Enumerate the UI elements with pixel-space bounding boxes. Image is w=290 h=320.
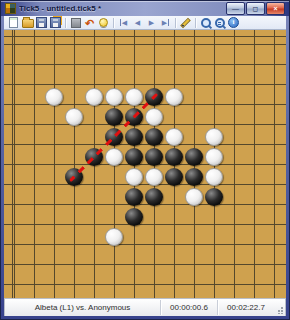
zoom-fit-icon[interactable] bbox=[213, 17, 226, 29]
white-stone bbox=[125, 168, 143, 186]
save-icon[interactable] bbox=[35, 17, 48, 29]
black-stone bbox=[165, 148, 183, 166]
about-icon[interactable]: i bbox=[227, 17, 240, 29]
white-stone bbox=[205, 128, 223, 146]
white-stone bbox=[85, 88, 103, 106]
white-stone bbox=[45, 88, 63, 106]
status-bar: Albeta (L1) vs. Anonymous 00:00:00.6 00:… bbox=[4, 298, 286, 316]
black-stone bbox=[165, 168, 183, 186]
save-as-icon[interactable] bbox=[49, 17, 62, 29]
black-stone bbox=[185, 168, 203, 186]
clock-total: 00:02:22.7 bbox=[218, 299, 274, 316]
toolbar-separator bbox=[195, 18, 196, 28]
minimize-button[interactable]: — bbox=[226, 2, 245, 15]
close-button[interactable]: × bbox=[266, 2, 285, 15]
clock-black: 00:00:00.6 bbox=[161, 299, 217, 316]
white-stone bbox=[205, 148, 223, 166]
title-bar[interactable]: Tick5 - untitled.tick5 * — ◻ × bbox=[1, 1, 289, 16]
app-icon bbox=[5, 3, 16, 14]
open-icon[interactable] bbox=[21, 17, 34, 29]
white-stone bbox=[105, 88, 123, 106]
black-stone bbox=[145, 128, 163, 146]
toolbar-separator bbox=[113, 18, 114, 28]
zoom-icon[interactable] bbox=[199, 17, 212, 29]
black-stone bbox=[185, 148, 203, 166]
toolbar-separator bbox=[65, 18, 66, 28]
white-stone bbox=[145, 168, 163, 186]
black-stone bbox=[145, 188, 163, 206]
black-stone bbox=[125, 148, 143, 166]
white-stone bbox=[65, 108, 83, 126]
undo-icon[interactable]: ↶ bbox=[83, 17, 96, 29]
white-stone bbox=[105, 228, 123, 246]
window-title: Tick5 - untitled.tick5 * bbox=[19, 4, 226, 13]
last-move-icon[interactable]: ▶ bbox=[159, 17, 172, 29]
players-label: Albeta (L1) vs. Anonymous bbox=[5, 299, 160, 316]
game-board[interactable] bbox=[4, 30, 286, 298]
app-window: Tick5 - untitled.tick5 * — ◻ × ↶◀◀▶▶i Al… bbox=[0, 0, 290, 320]
black-stone bbox=[205, 188, 223, 206]
black-stone bbox=[125, 128, 143, 146]
white-stone bbox=[165, 128, 183, 146]
white-stone bbox=[185, 188, 203, 206]
next-move-icon[interactable]: ▶ bbox=[145, 17, 158, 29]
stop-icon[interactable] bbox=[69, 17, 82, 29]
white-stone bbox=[125, 88, 143, 106]
black-stone bbox=[125, 208, 143, 226]
black-stone bbox=[105, 108, 123, 126]
toolbar-separator bbox=[175, 18, 176, 28]
white-stone bbox=[205, 168, 223, 186]
maximize-button[interactable]: ◻ bbox=[246, 2, 265, 15]
hint-icon[interactable] bbox=[97, 17, 110, 29]
white-stone bbox=[105, 148, 123, 166]
black-stone bbox=[125, 188, 143, 206]
white-stone bbox=[165, 88, 183, 106]
prev-move-icon[interactable]: ◀ bbox=[131, 17, 144, 29]
edit-pencil-icon[interactable] bbox=[179, 17, 192, 29]
new-board-icon[interactable] bbox=[7, 17, 20, 29]
resize-grip[interactable] bbox=[274, 299, 285, 316]
toolbar: ↶◀◀▶▶i bbox=[4, 16, 286, 30]
first-move-icon[interactable]: ◀ bbox=[117, 17, 130, 29]
black-stone bbox=[145, 148, 163, 166]
white-stone bbox=[145, 108, 163, 126]
